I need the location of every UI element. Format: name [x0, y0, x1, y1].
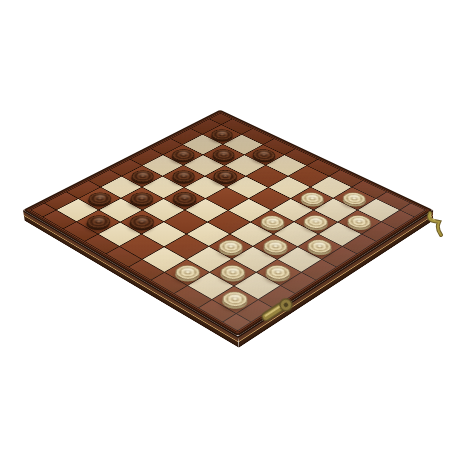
brass-clasp-icon	[426, 211, 448, 237]
square-h1[interactable]	[212, 286, 257, 313]
dark-piece[interactable]	[82, 213, 115, 231]
square-g5	[275, 222, 318, 246]
light-piece[interactable]	[343, 213, 376, 231]
square-d1[interactable]	[120, 234, 163, 258]
square-h6	[319, 222, 362, 246]
square-f4	[231, 222, 274, 246]
dark-piece[interactable]	[125, 213, 158, 231]
square-b1[interactable]	[77, 210, 119, 233]
square-c2[interactable]	[121, 210, 163, 233]
square-g3	[233, 247, 277, 272]
square-d3[interactable]	[164, 210, 206, 233]
square-h7[interactable]	[338, 210, 380, 233]
square-h3[interactable]	[256, 260, 300, 286]
square-e1	[142, 247, 186, 272]
square-d2	[143, 222, 186, 246]
square-g1	[188, 273, 233, 299]
light-piece[interactable]	[215, 262, 250, 282]
checkers-board	[23, 110, 433, 336]
board-grid	[30, 113, 426, 331]
square-e3	[187, 222, 230, 246]
square-e2[interactable]	[165, 234, 208, 258]
light-piece[interactable]	[299, 213, 332, 231]
square-f1[interactable]	[165, 260, 209, 286]
square-g4[interactable]	[254, 234, 297, 258]
square-h2	[235, 273, 280, 299]
square-g2[interactable]	[211, 260, 255, 286]
light-piece[interactable]	[261, 262, 296, 282]
frame-cell	[223, 314, 250, 330]
light-piece[interactable]	[258, 237, 292, 256]
light-piece[interactable]	[256, 213, 289, 231]
square-f3[interactable]	[209, 234, 252, 258]
photo-stage	[0, 0, 458, 458]
square-g6[interactable]	[295, 210, 337, 233]
square-c1	[99, 222, 142, 246]
light-piece[interactable]	[170, 262, 205, 282]
light-piece[interactable]	[303, 237, 337, 256]
light-piece[interactable]	[214, 237, 248, 256]
square-f2	[187, 247, 231, 272]
square-h4	[278, 247, 322, 272]
square-e4[interactable]	[208, 210, 250, 233]
square-f5[interactable]	[251, 210, 293, 233]
square-h5[interactable]	[298, 234, 341, 258]
light-piece[interactable]	[217, 289, 253, 310]
